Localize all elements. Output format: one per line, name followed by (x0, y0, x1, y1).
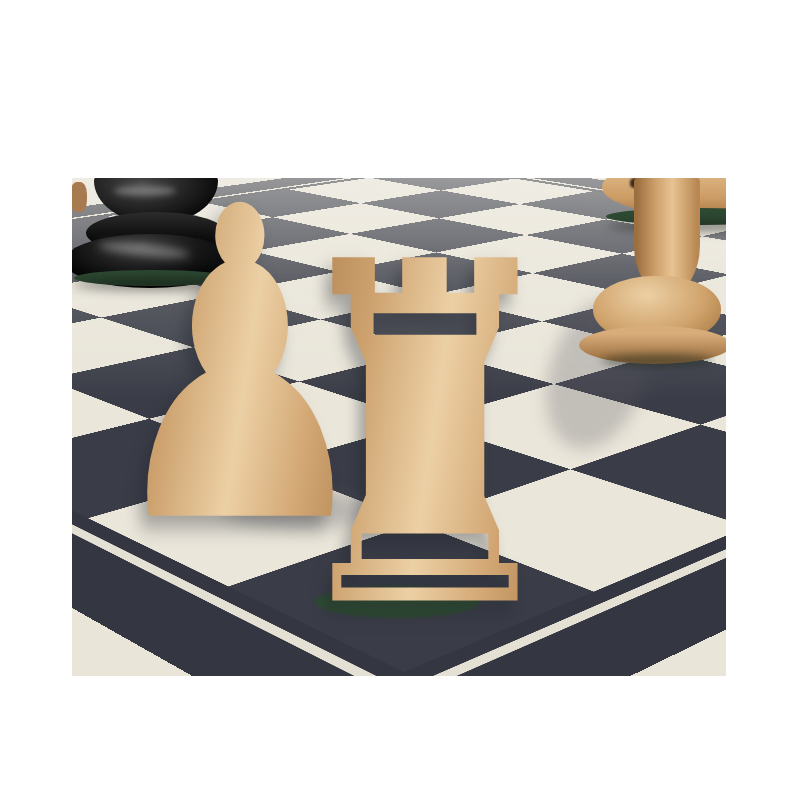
chess-photo: ♟ ♜ (72, 178, 726, 676)
white-bishop-felt-shadow (601, 354, 713, 367)
background-piece-sliver (72, 182, 87, 212)
white-rook: ♜ (278, 203, 573, 673)
page-background: ♟ ♜ (0, 0, 800, 800)
white-bishop-lower (577, 178, 726, 378)
